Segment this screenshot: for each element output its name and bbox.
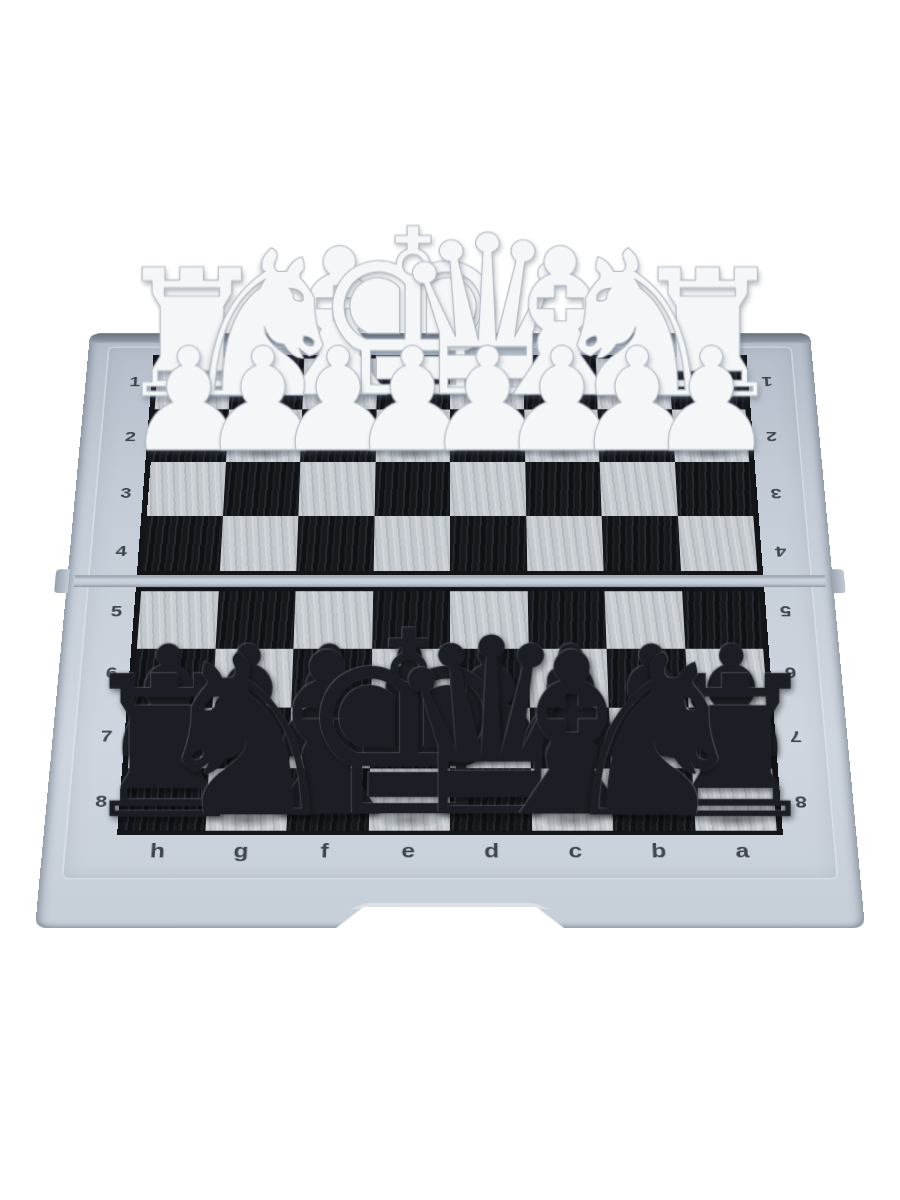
chess-set-photo: 12345678 12345678 hgfedcba ♜♞♝♚♛♝♞♜♟♟♟♟♟… xyxy=(0,0,900,1200)
board-half-far: ♜♞♝♚♛♝♞♜♟♟♟♟♟♟♟♟ xyxy=(137,355,763,575)
latch-notch xyxy=(333,907,567,931)
square-a2: ♟ xyxy=(672,410,750,462)
square-d4 xyxy=(450,516,527,571)
rank-label-right-3: 3 xyxy=(761,465,791,522)
rank-label-left-4: 4 xyxy=(106,522,136,581)
square-a3 xyxy=(674,462,753,516)
square-b3 xyxy=(600,462,678,516)
square-h4 xyxy=(143,516,223,571)
square-f3 xyxy=(298,462,375,516)
square-a4 xyxy=(677,516,757,571)
square-b4 xyxy=(602,516,681,571)
square-g4 xyxy=(219,516,298,571)
black-knight: ♞ xyxy=(146,648,346,826)
folding-chess-tray: 12345678 12345678 hgfedcba ♜♞♝♚♛♝♞♜♟♟♟♟♟… xyxy=(35,333,865,928)
black-knight: ♞ xyxy=(554,648,754,826)
rank-label-right-2: 2 xyxy=(757,409,786,465)
rank-label-right-5: 5 xyxy=(770,581,801,642)
square-g8: ♞ xyxy=(205,768,289,830)
latch-notch-lip xyxy=(345,903,554,909)
square-e3 xyxy=(374,462,450,516)
square-g3 xyxy=(223,462,301,516)
square-b8: ♞ xyxy=(611,768,695,830)
rank-label-right-6: 6 xyxy=(775,642,806,705)
square-h3 xyxy=(147,462,226,516)
board-half-near: ♟♟♟♟♟♟♟♟♜♞♝♚♛♝♞♜ xyxy=(117,587,783,835)
hinge-right xyxy=(830,569,846,593)
hinge-left xyxy=(54,569,70,593)
rank-label-right-4: 4 xyxy=(766,522,796,581)
rank-label-right-7: 7 xyxy=(780,705,812,769)
square-c3 xyxy=(525,462,602,516)
rank-label-left-3: 3 xyxy=(111,465,141,522)
square-e4 xyxy=(373,516,450,571)
rank-label-right-1: 1 xyxy=(753,355,782,409)
square-f4 xyxy=(296,516,374,571)
square-c4 xyxy=(526,516,604,571)
square-d3 xyxy=(450,462,526,516)
rank-label-right-8: 8 xyxy=(785,769,818,835)
chess-board: ♜♞♝♚♛♝♞♜♟♟♟♟♟♟♟♟ ♟♟♟♟♟♟♟♟♜♞♝♚♛♝♞♜ xyxy=(117,355,783,836)
